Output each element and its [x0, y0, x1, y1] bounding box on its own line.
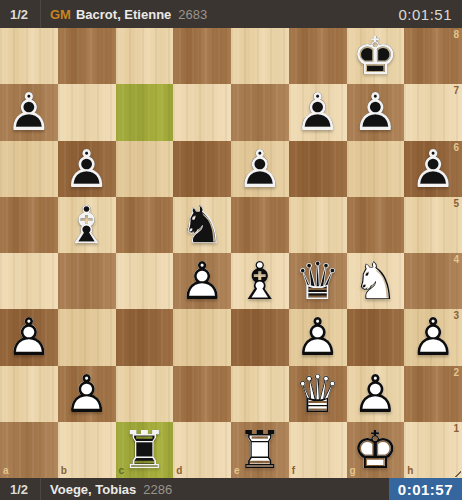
square-d6[interactable]: [173, 141, 231, 197]
white-knight-outline-icon: ♘: [347, 253, 405, 309]
square-b5[interactable]: ♝♗: [58, 197, 116, 253]
black-knight-outline-icon: ♘: [173, 197, 231, 253]
square-e3[interactable]: [231, 309, 289, 365]
rank-label-7: 7: [453, 86, 459, 96]
player-rating-top: 2683: [178, 7, 207, 22]
square-f4[interactable]: ♛♕: [289, 253, 347, 309]
black-pawn[interactable]: ♟♙: [58, 141, 116, 197]
bar-separator: [40, 0, 41, 28]
square-e7[interactable]: [231, 84, 289, 140]
white-pawn-outline-icon: ♙: [173, 253, 231, 309]
white-pawn-outline-icon: ♙: [0, 309, 58, 365]
black-knight[interactable]: ♞♘: [173, 197, 231, 253]
match-score-bottom: 1/2: [10, 482, 34, 497]
file-label-f: f: [292, 466, 295, 476]
square-b3[interactable]: [58, 309, 116, 365]
square-e5[interactable]: [231, 197, 289, 253]
white-queen[interactable]: ♛♕: [289, 366, 347, 422]
white-knight[interactable]: ♞♘: [347, 253, 405, 309]
black-bishop-outline-icon: ♗: [58, 197, 116, 253]
square-f6[interactable]: [289, 141, 347, 197]
player-title-badge: GM: [50, 7, 71, 22]
square-f8[interactable]: [289, 28, 347, 84]
black-rook-outline-icon: ♖: [116, 422, 174, 478]
black-pawn[interactable]: ♟♙: [231, 141, 289, 197]
rank-label-2: 2: [453, 368, 459, 378]
square-h2[interactable]: 2: [404, 366, 462, 422]
white-rook[interactable]: ♜♖: [231, 422, 289, 478]
square-h4[interactable]: 4: [404, 253, 462, 309]
square-g4[interactable]: ♞♘: [347, 253, 405, 309]
square-e1[interactable]: ♜♖e: [231, 422, 289, 478]
clock-bottom-active: 0:01:57: [389, 478, 462, 500]
chess-game-window: 1/2 GM Bacrot, Etienne 2683 0:01:51 ♚♔8♟…: [0, 0, 462, 500]
square-c4[interactable]: [116, 253, 174, 309]
resize-handle-icon[interactable]: [449, 465, 461, 477]
square-g7[interactable]: ♟♙: [347, 84, 405, 140]
white-pawn-outline-icon: ♙: [404, 309, 462, 365]
file-label-h: h: [407, 466, 413, 476]
black-pawn-outline-icon: ♙: [58, 141, 116, 197]
square-d3[interactable]: [173, 309, 231, 365]
white-pawn[interactable]: ♟♙: [173, 253, 231, 309]
black-pawn-outline-icon: ♙: [347, 84, 405, 140]
chess-board[interactable]: ♚♔8♟♙♟♙♟♙7♟♙♟♙♟♙6♝♗♞♘5♟♙♝♗♛♕♞♘4♟♙♟♙♟♙3♟♙…: [0, 28, 462, 478]
player-name-bottom: Voege, Tobias: [50, 482, 136, 497]
square-g2[interactable]: ♟♙: [347, 366, 405, 422]
black-king[interactable]: ♚♔: [347, 28, 405, 84]
square-f5[interactable]: [289, 197, 347, 253]
square-c2[interactable]: [116, 366, 174, 422]
white-pawn-outline-icon: ♙: [347, 366, 405, 422]
square-c7[interactable]: [116, 84, 174, 140]
white-bishop-outline-icon: ♗: [231, 253, 289, 309]
clock-top: 0:01:51: [398, 6, 452, 23]
square-f2[interactable]: ♛♕: [289, 366, 347, 422]
square-c1[interactable]: ♜♖c: [116, 422, 174, 478]
square-g1[interactable]: ♚♔g: [347, 422, 405, 478]
white-king-outline-icon: ♔: [347, 422, 405, 478]
rank-label-5: 5: [453, 199, 459, 209]
square-b4[interactable]: [58, 253, 116, 309]
square-a2[interactable]: [0, 366, 58, 422]
white-pawn[interactable]: ♟♙: [347, 366, 405, 422]
square-a5[interactable]: [0, 197, 58, 253]
white-queen-outline-icon: ♕: [289, 366, 347, 422]
rank-label-4: 4: [453, 255, 459, 265]
white-bishop[interactable]: ♝♗: [231, 253, 289, 309]
black-pawn-outline-icon: ♙: [231, 141, 289, 197]
black-queen-outline-icon: ♕: [289, 253, 347, 309]
file-label-a: a: [3, 466, 9, 476]
white-pawn[interactable]: ♟♙: [58, 366, 116, 422]
square-b2[interactable]: ♟♙: [58, 366, 116, 422]
square-b1[interactable]: b: [58, 422, 116, 478]
black-pawn[interactable]: ♟♙: [0, 84, 58, 140]
rank-label-8: 8: [453, 30, 459, 40]
square-g6[interactable]: [347, 141, 405, 197]
black-pawn-outline-icon: ♙: [0, 84, 58, 140]
square-a4[interactable]: [0, 253, 58, 309]
square-g8[interactable]: ♚♔: [347, 28, 405, 84]
rank-label-1: 1: [453, 424, 459, 434]
white-pawn[interactable]: ♟♙: [404, 309, 462, 365]
black-bishop[interactable]: ♝♗: [58, 197, 116, 253]
square-a7[interactable]: ♟♙: [0, 84, 58, 140]
square-d5[interactable]: ♞♘: [173, 197, 231, 253]
black-pawn[interactable]: ♟♙: [289, 84, 347, 140]
square-h1[interactable]: 1h: [404, 422, 462, 478]
square-e6[interactable]: ♟♙: [231, 141, 289, 197]
square-c5[interactable]: [116, 197, 174, 253]
square-f7[interactable]: ♟♙: [289, 84, 347, 140]
square-b7[interactable]: [58, 84, 116, 140]
square-g5[interactable]: [347, 197, 405, 253]
black-rook[interactable]: ♜♖: [116, 422, 174, 478]
square-d7[interactable]: [173, 84, 231, 140]
white-king[interactable]: ♚♔: [347, 422, 405, 478]
black-pawn-outline-icon: ♙: [404, 141, 462, 197]
square-b8[interactable]: [58, 28, 116, 84]
file-label-b: b: [61, 466, 67, 476]
square-a6[interactable]: [0, 141, 58, 197]
square-a3[interactable]: ♟♙: [0, 309, 58, 365]
white-pawn-outline-icon: ♙: [289, 309, 347, 365]
square-e2[interactable]: [231, 366, 289, 422]
square-c8[interactable]: [116, 28, 174, 84]
square-d8[interactable]: [173, 28, 231, 84]
file-label-d: d: [176, 466, 182, 476]
square-a8[interactable]: [0, 28, 58, 84]
white-pawn[interactable]: ♟♙: [289, 309, 347, 365]
square-e8[interactable]: [231, 28, 289, 84]
square-h7[interactable]: 7: [404, 84, 462, 140]
square-e4[interactable]: ♝♗: [231, 253, 289, 309]
player-bar-top: 1/2 GM Bacrot, Etienne 2683 0:01:51: [0, 0, 462, 28]
square-d1[interactable]: d: [173, 422, 231, 478]
square-c6[interactable]: [116, 141, 174, 197]
square-h3[interactable]: ♟♙3: [404, 309, 462, 365]
player-rating-bottom: 2286: [143, 482, 172, 497]
match-score-top: 1/2: [10, 7, 34, 22]
white-pawn-outline-icon: ♙: [58, 366, 116, 422]
bar-separator: [40, 478, 41, 500]
black-queen[interactable]: ♛♕: [289, 253, 347, 309]
square-d2[interactable]: [173, 366, 231, 422]
black-pawn[interactable]: ♟♙: [347, 84, 405, 140]
player-name-top: Bacrot, Etienne: [76, 7, 171, 22]
white-pawn[interactable]: ♟♙: [0, 309, 58, 365]
black-pawn-outline-icon: ♙: [289, 84, 347, 140]
square-d4[interactable]: ♟♙: [173, 253, 231, 309]
square-h6[interactable]: ♟♙6: [404, 141, 462, 197]
square-c3[interactable]: [116, 309, 174, 365]
square-f3[interactable]: ♟♙: [289, 309, 347, 365]
square-h8[interactable]: 8: [404, 28, 462, 84]
square-b6[interactable]: ♟♙: [58, 141, 116, 197]
square-f1[interactable]: f: [289, 422, 347, 478]
black-king-outline-icon: ♔: [347, 28, 405, 84]
square-h5[interactable]: 5: [404, 197, 462, 253]
square-g3[interactable]: [347, 309, 405, 365]
square-a1[interactable]: a: [0, 422, 58, 478]
white-rook-outline-icon: ♖: [231, 422, 289, 478]
black-pawn[interactable]: ♟♙: [404, 141, 462, 197]
player-bar-bottom: 1/2 Voege, Tobias 2286 0:01:57: [0, 478, 462, 500]
